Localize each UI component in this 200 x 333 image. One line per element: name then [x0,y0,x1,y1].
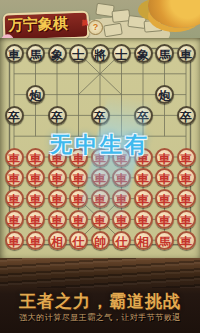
piece-black-advisor[interactable]: 士 [69,44,88,63]
stone-tile [103,23,123,38]
top-bar: 万宁象棋 残局版 ? [0,0,200,40]
piece-red-chariot[interactable]: 車 [177,189,196,208]
piece-red-chariot[interactable]: 車 [5,168,24,187]
piece-red-chariot[interactable]: 車 [69,148,88,167]
piece-red-chariot[interactable]: 車 [134,168,153,187]
piece-red-general[interactable]: 帥 [91,231,110,250]
piece-black-cannon[interactable]: 炮 [155,85,174,104]
promo-panel: 王者之力，霸道挑战 强大的计算尽显王霸之气，让对手节节败退 [0,258,200,333]
piece-black-chariot[interactable]: 車 [177,44,196,63]
piece-red-chariot[interactable]: 車 [177,148,196,167]
piece-black-soldier[interactable]: 卒 [48,106,67,125]
piece-red-chariot[interactable]: 車 [177,210,196,229]
promo-headline: 王者之力，霸道挑战 [0,290,200,313]
piece-black-horse[interactable]: 馬 [155,44,174,63]
piece-red-chariot[interactable]: 車 [5,189,24,208]
wood-texture [0,258,200,288]
piece-red-chariot[interactable]: 車 [69,210,88,229]
piece-black-soldier[interactable]: 卒 [5,106,24,125]
piece-red-chariot[interactable]: 車 [26,189,45,208]
piece-black-advisor[interactable]: 士 [112,44,131,63]
game-screen: 万宁象棋 残局版 ? 車馬象士將士象馬車炮炮卒卒卒卒卒車車車車車車車車車車車車車… [0,0,200,333]
piece-red-chariot[interactable]: 車 [48,210,67,229]
piece-red-chariot[interactable]: 車 [5,210,24,229]
piece-red-elephant[interactable]: 相 [134,231,153,250]
piece-red-chariot[interactable]: 車 [134,210,153,229]
piece-red-chariot[interactable]: 車 [155,210,174,229]
piece-black-chariot[interactable]: 車 [5,44,24,63]
piece-red-chariot[interactable]: 車 [26,231,45,250]
piece-red-chariot[interactable]: 車 [177,168,196,187]
piece-red-chariot[interactable]: 車 [91,189,110,208]
piece-red-chariot[interactable]: 車 [155,148,174,167]
piece-red-chariot[interactable]: 車 [155,189,174,208]
piece-black-elephant[interactable]: 象 [48,44,67,63]
piece-red-elephant[interactable]: 相 [48,231,67,250]
piece-red-horse[interactable]: 馬 [155,231,174,250]
piece-black-horse[interactable]: 馬 [26,44,45,63]
piece-black-soldier[interactable]: 卒 [91,106,110,125]
app-logo: 万宁象棋 残局版 [3,11,90,42]
piece-red-chariot[interactable]: 車 [69,189,88,208]
piece-red-chariot[interactable]: 車 [112,189,131,208]
piece-black-general[interactable]: 將 [91,44,110,63]
piece-black-soldier[interactable]: 卒 [177,106,196,125]
piece-red-chariot[interactable]: 車 [26,210,45,229]
piece-red-chariot[interactable]: 車 [91,148,110,167]
piece-red-chariot[interactable]: 車 [48,189,67,208]
piece-red-chariot[interactable]: 車 [48,148,67,167]
piece-red-advisor[interactable]: 仕 [69,231,88,250]
piece-black-soldier[interactable]: 卒 [134,106,153,125]
help-button[interactable]: ? [88,20,103,35]
piece-red-chariot[interactable]: 車 [48,168,67,187]
piece-red-chariot[interactable]: 車 [134,189,153,208]
piece-red-chariot[interactable]: 車 [5,231,24,250]
piece-black-elephant[interactable]: 象 [134,44,153,63]
piece-red-chariot[interactable]: 車 [26,148,45,167]
piece-red-chariot[interactable]: 車 [91,210,110,229]
xiangqi-board[interactable]: 車馬象士將士象馬車炮炮卒卒卒卒卒車車車車車車車車車車車車車車車車車車車車車車車車… [0,38,200,258]
piece-black-cannon[interactable]: 炮 [26,85,45,104]
piece-red-chariot[interactable]: 車 [112,210,131,229]
piece-red-chariot[interactable]: 車 [91,168,110,187]
piece-red-chariot[interactable]: 車 [134,148,153,167]
piece-red-chariot[interactable]: 車 [112,148,131,167]
app-title: 万宁象棋 [8,14,69,35]
piece-red-chariot[interactable]: 車 [177,231,196,250]
piece-red-chariot[interactable]: 車 [5,148,24,167]
piece-red-advisor[interactable]: 仕 [112,231,131,250]
promo-subline: 强大的计算尽显王霸之气，让对手节节败退 [0,312,200,323]
